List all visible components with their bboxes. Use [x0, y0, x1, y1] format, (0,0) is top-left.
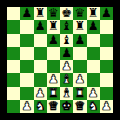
square-f1[interactable]: ♛ [73, 100, 86, 113]
square-d7[interactable]: ♜ [47, 20, 60, 33]
piece-black-pawn: ♟ [48, 34, 59, 47]
square-f5[interactable] [73, 47, 86, 60]
square-g6[interactable] [87, 34, 100, 47]
piece-black-pawn: ♟ [35, 20, 46, 33]
square-a4[interactable] [7, 60, 20, 73]
square-c7[interactable]: ♟ [34, 20, 47, 33]
square-a2[interactable] [7, 87, 20, 100]
square-h8[interactable]: ♟ [100, 7, 113, 20]
square-d5[interactable] [47, 47, 60, 60]
square-g2[interactable]: ♟ [87, 87, 100, 100]
piece-white-pawn: ♟ [35, 87, 46, 100]
square-g3[interactable] [87, 73, 100, 86]
piece-black-bishop: ♝ [61, 20, 72, 33]
square-f6[interactable]: ♟ [73, 34, 86, 47]
piece-black-pawn: ♟ [61, 47, 72, 60]
square-c3[interactable] [34, 73, 47, 86]
square-c4[interactable] [34, 60, 47, 73]
square-c6[interactable] [34, 34, 47, 47]
piece-white-knight: ♞ [88, 100, 99, 113]
square-b1[interactable]: ♟ [20, 100, 33, 113]
piece-black-rook: ♜ [48, 20, 59, 33]
square-h2[interactable] [100, 87, 113, 100]
square-e6[interactable]: ♝ [60, 34, 73, 47]
square-b5[interactable] [20, 47, 33, 60]
piece-black-bishop: ♝ [61, 34, 72, 47]
square-h7[interactable] [100, 20, 113, 33]
square-g5[interactable] [87, 47, 100, 60]
square-c1[interactable]: ♞ [34, 100, 47, 113]
square-e2[interactable]: ♝ [60, 87, 73, 100]
square-e7[interactable]: ♝ [60, 20, 73, 33]
square-b8[interactable]: ♟ [20, 7, 33, 20]
square-f7[interactable]: ♜ [73, 20, 86, 33]
piece-black-queen: ♛ [74, 7, 85, 20]
square-g1[interactable]: ♞ [87, 100, 100, 113]
square-b6[interactable] [20, 34, 33, 47]
piece-white-rook: ♜ [74, 87, 85, 100]
square-b4[interactable] [20, 60, 33, 73]
piece-white-bishop: ♝ [61, 73, 72, 86]
piece-black-pawn: ♟ [21, 7, 32, 20]
chess-board: ♟♜♛♚♛♜♟♟♜♝♜♟♟♝♟♟♟♟♝♟♟♜♝♜♟♟♞♛♚♛♞♟ [7, 7, 113, 113]
square-h1[interactable]: ♟ [100, 100, 113, 113]
piece-white-pawn: ♟ [61, 60, 72, 73]
piece-black-rook: ♜ [88, 7, 99, 20]
piece-black-rook: ♜ [35, 7, 46, 20]
square-h3[interactable] [100, 73, 113, 86]
square-e8[interactable]: ♚ [60, 7, 73, 20]
piece-white-queen: ♛ [48, 100, 59, 113]
square-h4[interactable] [100, 60, 113, 73]
square-c2[interactable]: ♟ [34, 87, 47, 100]
square-e3[interactable]: ♝ [60, 73, 73, 86]
piece-white-king: ♚ [61, 100, 72, 113]
square-a5[interactable] [7, 47, 20, 60]
square-d4[interactable] [47, 60, 60, 73]
piece-white-rook: ♜ [48, 87, 59, 100]
square-b3[interactable] [20, 73, 33, 86]
piece-black-queen: ♛ [48, 7, 59, 20]
square-d2[interactable]: ♜ [47, 87, 60, 100]
square-c8[interactable]: ♜ [34, 7, 47, 20]
square-e5[interactable]: ♟ [60, 47, 73, 60]
piece-white-knight: ♞ [35, 100, 46, 113]
square-a1[interactable] [7, 100, 20, 113]
piece-white-pawn: ♟ [21, 100, 32, 113]
square-f8[interactable]: ♛ [73, 7, 86, 20]
square-f4[interactable] [73, 60, 86, 73]
piece-white-bishop: ♝ [61, 87, 72, 100]
piece-black-king: ♚ [61, 7, 72, 20]
square-f2[interactable]: ♜ [73, 87, 86, 100]
square-g8[interactable]: ♜ [87, 7, 100, 20]
piece-black-pawn: ♟ [101, 7, 112, 20]
square-b2[interactable] [20, 87, 33, 100]
piece-white-pawn: ♟ [88, 87, 99, 100]
square-a8[interactable] [7, 7, 20, 20]
square-e4[interactable]: ♟ [60, 60, 73, 73]
square-b7[interactable] [20, 20, 33, 33]
square-d1[interactable]: ♛ [47, 100, 60, 113]
square-g7[interactable]: ♟ [87, 20, 100, 33]
piece-white-queen: ♛ [74, 100, 85, 113]
piece-black-rook: ♜ [74, 20, 85, 33]
square-h5[interactable] [100, 47, 113, 60]
square-c5[interactable] [34, 47, 47, 60]
square-d3[interactable]: ♟ [47, 73, 60, 86]
board-frame: ♟♜♛♚♛♜♟♟♜♝♜♟♟♝♟♟♟♟♝♟♟♜♝♜♟♟♞♛♚♛♞♟ [0, 0, 120, 120]
piece-white-pawn: ♟ [48, 73, 59, 86]
square-g4[interactable] [87, 60, 100, 73]
square-e1[interactable]: ♚ [60, 100, 73, 113]
square-a6[interactable] [7, 34, 20, 47]
square-a7[interactable] [7, 20, 20, 33]
square-d6[interactable]: ♟ [47, 34, 60, 47]
square-a3[interactable] [7, 73, 20, 86]
piece-white-pawn: ♟ [74, 73, 85, 86]
square-f3[interactable]: ♟ [73, 73, 86, 86]
square-h6[interactable] [100, 34, 113, 47]
piece-white-pawn: ♟ [101, 100, 112, 113]
piece-black-pawn: ♟ [74, 34, 85, 47]
piece-black-pawn: ♟ [88, 20, 99, 33]
square-d8[interactable]: ♛ [47, 7, 60, 20]
